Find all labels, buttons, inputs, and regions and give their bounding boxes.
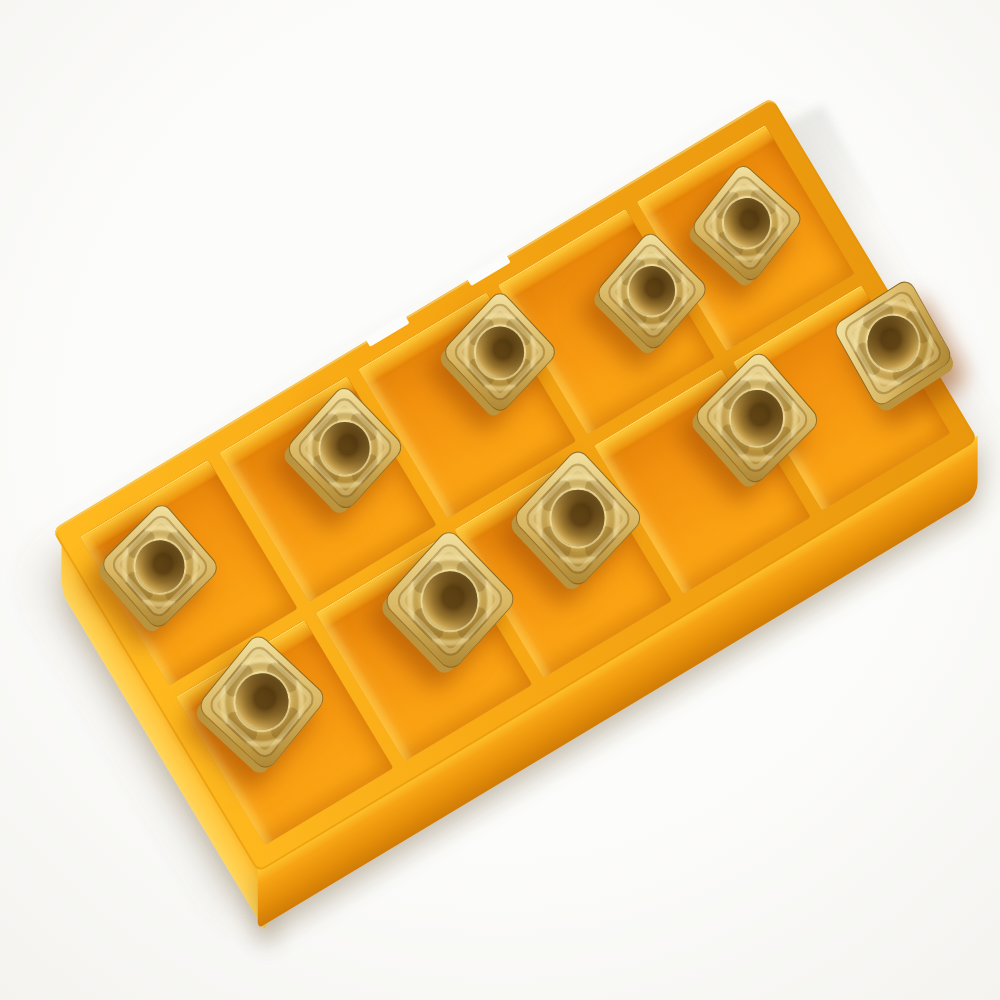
insert-tray bbox=[52, 97, 978, 872]
product-photo-scene bbox=[0, 0, 1000, 1000]
